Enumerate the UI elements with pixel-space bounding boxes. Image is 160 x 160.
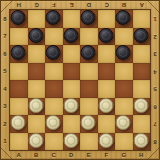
square-d1[interactable] [63,133,81,151]
white-piece-b1[interactable] [28,133,43,148]
white-piece-h3[interactable] [133,98,148,113]
square-h6[interactable] [133,45,151,63]
square-b2[interactable] [28,115,46,133]
white-piece-e2[interactable] [81,115,96,130]
square-a4[interactable] [10,80,28,98]
white-piece-d3[interactable] [63,98,78,113]
square-e7[interactable] [80,28,98,46]
black-piece-h7[interactable] [133,28,148,43]
square-a7[interactable] [10,28,28,46]
black-piece-b7[interactable] [28,28,43,43]
white-piece-f3[interactable] [98,98,113,113]
square-h5[interactable] [133,63,151,81]
square-f6[interactable] [98,45,116,63]
square-d5[interactable] [63,63,81,81]
white-piece-g2[interactable] [116,115,131,130]
square-f1[interactable] [98,133,116,151]
square-d3[interactable] [63,98,81,116]
square-h3[interactable] [133,98,151,116]
square-a5[interactable] [10,63,28,81]
square-e2[interactable] [80,115,98,133]
square-c5[interactable] [45,63,63,81]
square-d8[interactable] [63,10,81,28]
white-piece-h1[interactable] [133,133,148,148]
square-b5[interactable] [28,63,46,81]
black-piece-a8[interactable] [11,10,26,25]
square-b4[interactable] [28,80,46,98]
square-b7[interactable] [28,28,46,46]
square-b1[interactable] [28,133,46,151]
white-piece-d1[interactable] [63,133,78,148]
square-g2[interactable] [115,115,133,133]
square-d7[interactable] [63,28,81,46]
square-g7[interactable] [115,28,133,46]
square-f5[interactable] [98,63,116,81]
square-d2[interactable] [63,115,81,133]
black-piece-e6[interactable] [81,45,96,60]
square-g5[interactable] [115,63,133,81]
square-c4[interactable] [45,80,63,98]
square-b6[interactable] [28,45,46,63]
square-f8[interactable] [98,10,116,28]
black-piece-g6[interactable] [116,45,131,60]
square-c7[interactable] [45,28,63,46]
square-e4[interactable] [80,80,98,98]
square-d6[interactable] [63,45,81,63]
black-piece-d7[interactable] [63,28,78,43]
square-a6[interactable] [10,45,28,63]
square-g1[interactable] [115,133,133,151]
square-b8[interactable] [28,10,46,28]
square-b3[interactable] [28,98,46,116]
black-piece-f7[interactable] [98,28,113,43]
square-a2[interactable] [10,115,28,133]
square-a3[interactable] [10,98,28,116]
white-piece-c2[interactable] [46,115,61,130]
square-h1[interactable] [133,133,151,151]
board [10,10,150,150]
square-g4[interactable] [115,80,133,98]
square-c6[interactable] [45,45,63,63]
square-h2[interactable] [133,115,151,133]
black-piece-e8[interactable] [81,10,96,25]
square-d4[interactable] [63,80,81,98]
black-piece-c6[interactable] [46,45,61,60]
black-piece-g8[interactable] [116,10,131,25]
square-c2[interactable] [45,115,63,133]
white-piece-f1[interactable] [98,133,113,148]
square-e3[interactable] [80,98,98,116]
checkers-app: ABCDEFGH87654321HGFEDCBA12345678 [0,0,160,160]
square-g8[interactable] [115,10,133,28]
square-f3[interactable] [98,98,116,116]
square-c1[interactable] [45,133,63,151]
white-piece-a2[interactable] [11,115,26,130]
square-h8[interactable] [133,10,151,28]
square-c3[interactable] [45,98,63,116]
square-f4[interactable] [98,80,116,98]
square-a1[interactable] [10,133,28,151]
square-g3[interactable] [115,98,133,116]
square-f2[interactable] [98,115,116,133]
square-h7[interactable] [133,28,151,46]
square-a8[interactable] [10,10,28,28]
white-piece-b3[interactable] [28,98,43,113]
square-e5[interactable] [80,63,98,81]
square-c8[interactable] [45,10,63,28]
square-f7[interactable] [98,28,116,46]
square-g6[interactable] [115,45,133,63]
black-piece-a6[interactable] [11,45,26,60]
square-h4[interactable] [133,80,151,98]
black-piece-c8[interactable] [46,10,61,25]
square-e1[interactable] [80,133,98,151]
square-e8[interactable] [80,10,98,28]
square-e6[interactable] [80,45,98,63]
